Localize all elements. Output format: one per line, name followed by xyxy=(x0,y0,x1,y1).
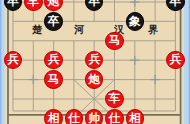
piece-black-elephant[interactable]: 象 xyxy=(126,12,145,31)
piece-black-soldier[interactable]: 卒 xyxy=(4,0,23,11)
piece-black-soldier[interactable]: 卒 xyxy=(166,0,185,11)
piece-red-elephant[interactable]: 相 xyxy=(44,109,63,124)
piece-grid: 卒车炮卒卒卒象马兵兵兵兵马炮车相仕帅仕相 xyxy=(3,0,186,124)
piece-red-cannon[interactable]: 炮 xyxy=(85,70,104,89)
piece-black-soldier[interactable]: 卒 xyxy=(85,0,104,11)
piece-red-chariot[interactable]: 车 xyxy=(24,0,43,11)
piece-black-soldier[interactable]: 卒 xyxy=(44,12,63,31)
piece-red-general[interactable]: 帅 xyxy=(85,109,104,124)
piece-red-chariot[interactable]: 车 xyxy=(105,90,124,109)
piece-red-horse[interactable]: 马 xyxy=(105,32,124,51)
piece-red-cannon[interactable]: 炮 xyxy=(44,0,63,11)
piece-red-soldier[interactable]: 兵 xyxy=(166,51,185,70)
piece-red-soldier[interactable]: 兵 xyxy=(85,51,104,70)
piece-red-horse[interactable]: 马 xyxy=(44,70,63,89)
piece-red-soldier[interactable]: 兵 xyxy=(44,51,63,70)
piece-red-advisor[interactable]: 仕 xyxy=(65,109,84,124)
piece-red-advisor[interactable]: 仕 xyxy=(105,109,124,124)
xiangqi-board: 楚 河 汉 界 卒车炮卒卒卒象马兵兵兵兵马炮车相仕帅仕相 xyxy=(0,0,190,124)
piece-red-elephant[interactable]: 相 xyxy=(126,109,145,124)
piece-red-soldier[interactable]: 兵 xyxy=(4,51,23,70)
